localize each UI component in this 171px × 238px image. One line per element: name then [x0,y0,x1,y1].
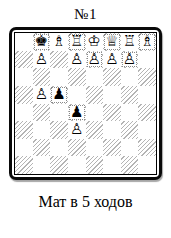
square-d6 [68,68,86,86]
square-d4: ♟ [68,104,86,122]
square-b7: ♙ [33,51,51,69]
square-g3 [121,121,139,139]
empty-square [51,157,67,173]
square-b2 [33,139,51,157]
empty-square [104,140,120,156]
square-f4 [103,104,121,122]
empty-square [122,105,138,121]
empty-square [34,157,50,173]
empty-square [87,69,103,85]
square-a7 [15,51,33,69]
square-e4 [86,104,104,122]
chess-board-frame: ♚♗♖♔♕♖♗♙♙♙♙♙♙♟♟♙ [9,27,162,180]
square-d7: ♙ [68,51,86,69]
piece-box: ♙ [122,52,138,68]
empty-square [16,34,32,50]
empty-square [69,69,85,85]
square-e3 [86,121,104,139]
white-pawn-icon: ♙ [35,51,48,66]
empty-square [87,157,103,173]
empty-square [87,87,103,103]
empty-square [139,87,155,103]
square-d2 [68,139,86,157]
empty-square [139,122,155,138]
empty-square [104,87,120,103]
empty-square [34,69,50,85]
empty-square [139,105,155,121]
square-e8: ♔ [86,33,104,51]
square-a4 [15,104,33,122]
empty-square [104,157,120,173]
empty-square [87,122,103,138]
square-b6 [33,68,51,86]
empty-square [104,69,120,85]
square-e5 [86,86,104,104]
empty-square [16,122,32,138]
square-a2 [15,139,33,157]
square-e6 [86,68,104,86]
white-pawn-icon: ♙ [70,51,83,66]
empty-square [122,140,138,156]
empty-square [34,140,50,156]
empty-square [139,157,155,173]
white-pawn-icon: ♙ [88,51,101,66]
square-b1 [33,156,51,174]
piece-box: ♖ [69,34,85,50]
square-g4 [121,104,139,122]
square-g8: ♖ [121,33,139,51]
piece-box: ♟ [69,105,85,121]
empty-square [16,105,32,121]
empty-square [69,140,85,156]
empty-square [122,157,138,173]
white-pawn-icon: ♙ [35,87,48,102]
empty-square [16,140,32,156]
square-a1 [15,156,33,174]
square-f2 [103,139,121,157]
white-bishop-icon: ♗ [140,34,153,49]
piece-box: ♙ [34,52,50,68]
square-a3 [15,121,33,139]
empty-square [34,105,50,121]
square-c7 [50,51,68,69]
square-g7: ♙ [121,51,139,69]
black-pawn-icon: ♟ [52,87,65,102]
empty-square [122,87,138,103]
white-queen-icon: ♕ [105,34,118,49]
square-h8: ♗ [138,33,156,51]
piece-box: ♚ [34,34,50,50]
chess-puzzle-page: №1 ♚♗♖♔♕♖♗♙♙♙♙♙♙♟♟♙ Мат в 5 ходов [0,0,171,238]
square-c3 [50,121,68,139]
empty-square [16,87,32,103]
square-a8 [15,33,33,51]
square-h4 [138,104,156,122]
square-h1 [138,156,156,174]
white-pawn-icon: ♙ [105,51,118,66]
empty-square [51,69,67,85]
empty-square [104,122,120,138]
empty-square [16,157,32,173]
square-b3 [33,121,51,139]
square-d1 [68,156,86,174]
square-f7: ♙ [103,51,121,69]
white-bishop-icon: ♗ [52,34,65,49]
square-d3: ♙ [68,121,86,139]
white-pawn-icon: ♙ [70,122,83,137]
empty-square [122,122,138,138]
piece-box: ♙ [69,122,85,138]
square-h5 [138,86,156,104]
piece-box: ♕ [104,34,120,50]
piece-box: ♙ [69,52,85,68]
white-pawn-icon: ♙ [123,51,136,66]
square-d5 [68,86,86,104]
square-g1 [121,156,139,174]
square-f5 [103,86,121,104]
empty-square [69,87,85,103]
empty-square [139,69,155,85]
piece-box: ♔ [87,34,103,50]
empty-square [69,157,85,173]
empty-square [34,122,50,138]
square-f6 [103,68,121,86]
square-h3 [138,121,156,139]
square-f8: ♕ [103,33,121,51]
white-king-icon: ♔ [88,34,101,49]
piece-box: ♗ [51,34,67,50]
square-a6 [15,68,33,86]
square-b5: ♙ [33,86,51,104]
square-g5 [121,86,139,104]
empty-square [139,52,155,68]
square-c2 [50,139,68,157]
piece-box: ♙ [87,52,103,68]
white-rook-icon: ♖ [123,34,136,49]
empty-square [51,105,67,121]
square-g2 [121,139,139,157]
chess-board: ♚♗♖♔♕♖♗♙♙♙♙♙♙♟♟♙ [14,32,157,175]
square-e2 [86,139,104,157]
square-g6 [121,68,139,86]
square-c8: ♗ [50,33,68,51]
piece-box: ♖ [122,34,138,50]
square-h2 [138,139,156,157]
square-h6 [138,68,156,86]
empty-square [87,105,103,121]
puzzle-number-title: №1 [74,4,97,25]
piece-box: ♙ [34,87,50,103]
square-c6 [50,68,68,86]
square-f1 [103,156,121,174]
square-d8: ♖ [68,33,86,51]
puzzle-caption: Мат в 5 ходов [38,193,132,211]
square-e1 [86,156,104,174]
square-b8: ♚ [33,33,51,51]
piece-box: ♙ [104,52,120,68]
black-king-icon: ♚ [35,34,48,49]
empty-square [51,140,67,156]
empty-square [122,69,138,85]
square-c1 [50,156,68,174]
piece-box: ♗ [139,34,155,50]
square-c4 [50,104,68,122]
empty-square [51,52,67,68]
empty-square [139,140,155,156]
empty-square [104,105,120,121]
white-rook-icon: ♖ [70,34,83,49]
empty-square [51,122,67,138]
empty-square [16,69,32,85]
square-h7 [138,51,156,69]
square-c5: ♟ [50,86,68,104]
square-a5 [15,86,33,104]
square-b4 [33,104,51,122]
black-pawn-icon: ♟ [70,104,83,119]
empty-square [16,52,32,68]
empty-square [87,140,103,156]
square-e7: ♙ [86,51,104,69]
square-f3 [103,121,121,139]
piece-box: ♟ [51,87,67,103]
